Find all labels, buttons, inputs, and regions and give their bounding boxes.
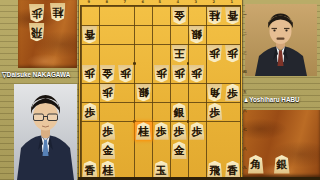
piece-4c[interactable]: 王 — [172, 45, 187, 63]
board-bottom-edge — [78, 177, 320, 180]
file-label: 2 — [208, 0, 219, 3]
rank-label: 一 — [243, 13, 247, 17]
rank-label: 八 — [243, 147, 247, 151]
file-label: 9 — [83, 0, 94, 3]
piece-8d[interactable]: 金 — [100, 65, 115, 83]
piece-3b[interactable]: 銀 — [189, 26, 204, 44]
piece-7d[interactable]: 歩 — [118, 65, 133, 83]
piece-9f[interactable]: 歩 — [82, 103, 97, 121]
gote-player-photo — [14, 84, 77, 180]
shogi-board: 金桂香香銀王歩歩歩金歩歩歩歩歩銀角歩歩銀歩歩桂歩歩歩金金香桂玉飛香 987654… — [79, 0, 242, 180]
rank-label: 九 — [243, 167, 247, 171]
rank-label: 三 — [243, 51, 247, 55]
piece-8i[interactable]: 桂 — [100, 161, 115, 179]
piece-2c[interactable]: 歩 — [207, 45, 222, 63]
piece-9b[interactable]: 香 — [82, 26, 97, 44]
piece-1i[interactable]: 香 — [225, 161, 240, 179]
piece-9d[interactable]: 歩 — [82, 65, 97, 83]
piece-6e[interactable]: 銀 — [136, 84, 151, 102]
piece-4h[interactable]: 金 — [172, 141, 187, 159]
piece-2f[interactable]: 歩 — [207, 103, 222, 121]
sente-hand-tile-角[interactable]: 角 — [248, 155, 264, 174]
piece-6g[interactable]: 桂 — [136, 122, 151, 140]
piece-4f[interactable]: 銀 — [172, 103, 187, 121]
piece-5g[interactable]: 歩 — [154, 122, 169, 140]
file-label: 1 — [226, 0, 237, 3]
file-label: 3 — [190, 0, 201, 3]
piece-4d[interactable]: 歩 — [172, 65, 187, 83]
board-grid: 金桂香香銀王歩歩歩金歩歩歩歩歩銀角歩歩銀歩歩桂歩歩歩金金香桂玉飛香 — [80, 5, 241, 178]
sente-player-name: Yoshiharu HABU — [249, 95, 299, 104]
gote-hand-tray: 歩桂飛 — [18, 0, 77, 68]
star-point — [187, 120, 189, 122]
piece-5i[interactable]: 玉 — [154, 161, 169, 179]
piece-4g[interactable]: 歩 — [172, 122, 187, 140]
gote-hand-tile-歩[interactable]: 歩 — [29, 4, 45, 23]
piece-2i[interactable]: 飛 — [207, 161, 222, 179]
piece-8e[interactable]: 歩 — [100, 84, 115, 102]
sente-player-photo — [245, 4, 317, 76]
piece-3d[interactable]: 歩 — [189, 65, 204, 83]
piece-5d[interactable]: 歩 — [154, 65, 169, 83]
gote-hand-tile-桂[interactable]: 桂 — [50, 3, 66, 22]
star-point — [133, 62, 135, 64]
player-caption-sente: ▲Yoshiharu HABU — [243, 95, 300, 104]
rank-label: 五 — [243, 90, 247, 94]
piece-1c[interactable]: 歩 — [225, 45, 240, 63]
star-point — [187, 62, 189, 64]
rank-label: 二 — [243, 32, 247, 36]
broadcast-frame: 金桂香香銀王歩歩歩金歩歩歩歩歩銀角歩歩銀歩歩桂歩歩歩金金香桂玉飛香 987654… — [0, 0, 320, 180]
gote-hand-tile-飛[interactable]: 飛 — [29, 23, 45, 42]
player-caption-gote: ▽Daisuke NAKAGAWA — [2, 70, 70, 79]
piece-9i[interactable]: 香 — [82, 161, 97, 179]
file-label: 5 — [155, 0, 166, 3]
piece-1e[interactable]: 歩 — [225, 84, 240, 102]
piece-2e[interactable]: 角 — [207, 84, 222, 102]
gote-player-name: Daisuke NAKAGAWA — [7, 70, 70, 79]
piece-8h[interactable]: 金 — [100, 141, 115, 159]
sente-hand-tray: 角銀 — [243, 110, 320, 178]
file-label: 6 — [137, 0, 148, 3]
rank-label: 七 — [243, 128, 247, 132]
piece-1a[interactable]: 香 — [225, 7, 240, 25]
rank-label: 六 — [243, 109, 247, 113]
piece-2a[interactable]: 桂 — [207, 7, 222, 25]
piece-4a[interactable]: 金 — [172, 7, 187, 25]
rank-label: 四 — [243, 70, 247, 74]
piece-8g[interactable]: 歩 — [100, 122, 115, 140]
file-label: 4 — [173, 0, 184, 3]
file-label: 7 — [119, 0, 130, 3]
piece-3g[interactable]: 歩 — [189, 122, 204, 140]
sente-hand-tile-銀[interactable]: 銀 — [274, 155, 290, 174]
file-label: 8 — [101, 0, 112, 3]
